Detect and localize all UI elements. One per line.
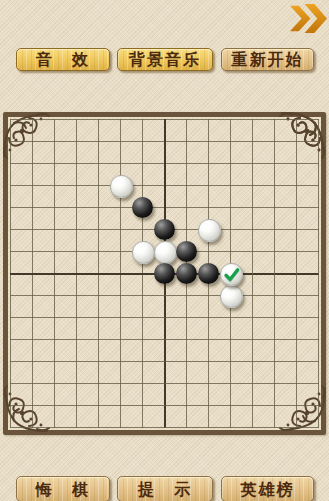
grid-line-horizontal <box>10 295 319 296</box>
hint-label: 提 示 <box>138 477 192 501</box>
undo-button[interactable]: 悔 棋 <box>16 476 110 501</box>
black-stone <box>154 219 175 240</box>
board-grid[interactable] <box>10 119 319 428</box>
black-stone <box>176 263 197 284</box>
grid-line-horizontal <box>10 361 319 362</box>
background-music-button[interactable]: 背景音乐 <box>117 48 213 71</box>
restart-button[interactable]: 重新开始 <box>221 48 314 71</box>
restart-label: 重新开始 <box>232 49 304 71</box>
sound-effects-button[interactable]: 音 效 <box>16 48 110 71</box>
grid-line-horizontal <box>10 383 319 384</box>
leaderboard-label: 英雄榜 <box>241 477 295 501</box>
grid-line-horizontal <box>10 405 319 406</box>
white-stone <box>132 241 155 264</box>
sound-effects-label: 音 效 <box>36 49 90 71</box>
black-stone <box>154 263 175 284</box>
grid-line-vertical <box>318 119 319 428</box>
black-stone <box>176 241 197 262</box>
white-stone <box>110 175 133 198</box>
undo-label: 悔 棋 <box>36 477 90 501</box>
background-music-label: 背景音乐 <box>129 49 201 71</box>
white-stone <box>154 241 177 264</box>
leaderboard-button[interactable]: 英雄榜 <box>221 476 314 501</box>
black-stone <box>132 197 153 218</box>
hint-button[interactable]: 提 示 <box>117 476 213 501</box>
grid-line-vertical <box>252 119 253 428</box>
green-check-icon <box>223 267 240 282</box>
double-chevron-right-icon <box>290 3 327 34</box>
white-stone <box>198 219 221 242</box>
grid-line-horizontal <box>10 427 319 428</box>
grid-line-vertical <box>296 119 297 428</box>
game-screen: 音 效 背景音乐 重新开始 <box>0 0 329 501</box>
grid-line-horizontal <box>10 317 319 318</box>
white-stone <box>220 285 243 308</box>
grid-line-vertical <box>274 119 275 428</box>
black-stone <box>198 263 219 284</box>
confirm-move-marker[interactable] <box>220 263 243 286</box>
grid-line-horizontal <box>10 339 319 340</box>
expand-toolbar-button[interactable] <box>290 3 327 34</box>
